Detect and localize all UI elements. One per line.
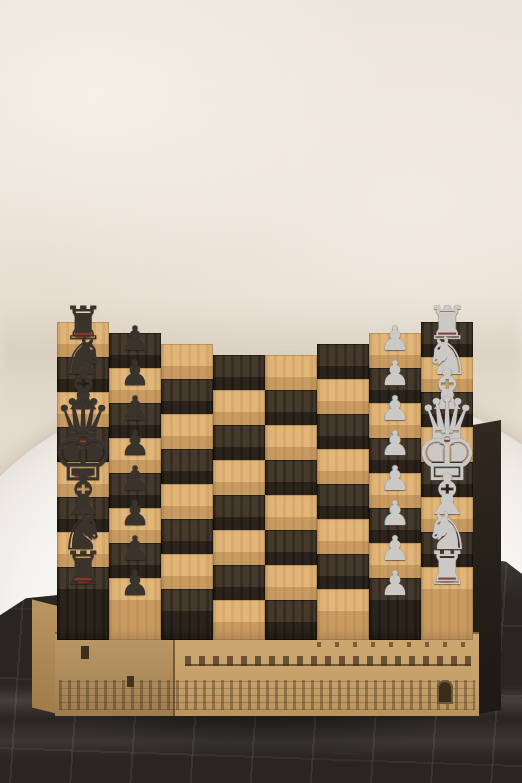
board-pieces-layer: ♜♟♟♜♞♟♟♞♝♟♟♝♛♟♟♛♚♟♟♚♝♟♟♝♞♟♟♞♜♟♟♜ [0, 0, 522, 783]
piece-black-pawn-h7[interactable]: ♟ [95, 566, 175, 600]
chess-photo-scene: ♜♟♟♜♞♟♟♞♝♟♟♝♛♟♟♛♚♟♟♚♝♟♟♝♞♟♟♞♜♟♟♜ [0, 0, 522, 783]
piece-white-rook-h1[interactable]: ♜ [407, 545, 487, 591]
